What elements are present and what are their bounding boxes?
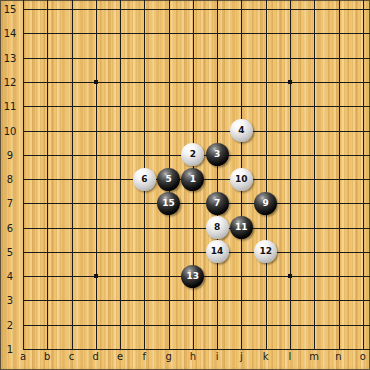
move-number: 6 <box>141 175 147 184</box>
stone-black-3: 3 <box>206 143 229 166</box>
move-number: 13 <box>187 272 200 281</box>
move-number: 3 <box>214 150 220 159</box>
star-point <box>94 80 98 84</box>
move-number: 12 <box>259 247 272 256</box>
move-number: 4 <box>238 126 244 135</box>
stone-white-14: 14 <box>206 240 229 263</box>
move-number: 7 <box>214 199 220 208</box>
star-point <box>288 274 292 278</box>
stone-black-1: 1 <box>181 168 204 191</box>
move-number: 8 <box>214 223 220 232</box>
stone-white-8: 8 <box>206 216 229 239</box>
move-number: 11 <box>235 223 248 232</box>
stone-white-4: 4 <box>230 119 253 142</box>
stone-black-5: 5 <box>157 168 180 191</box>
move-number: 5 <box>165 175 171 184</box>
move-number: 14 <box>211 247 224 256</box>
stone-black-11: 11 <box>230 216 253 239</box>
stone-black-13: 13 <box>181 265 204 288</box>
move-number: 15 <box>162 199 175 208</box>
move-number: 10 <box>235 175 248 184</box>
renju-board[interactable]: 123456789101112131415 151413121110987654… <box>0 0 370 370</box>
star-point <box>288 80 292 84</box>
stone-black-7: 7 <box>206 192 229 215</box>
board-grid[interactable]: 123456789101112131415 <box>11 0 370 361</box>
move-number: 9 <box>263 199 269 208</box>
stone-white-12: 12 <box>254 240 277 263</box>
move-number: 1 <box>190 175 196 184</box>
stone-black-9: 9 <box>254 192 277 215</box>
stone-black-15: 15 <box>157 192 180 215</box>
stone-white-6: 6 <box>133 168 156 191</box>
star-point <box>94 274 98 278</box>
move-number: 2 <box>190 150 196 159</box>
stone-white-10: 10 <box>230 168 253 191</box>
stone-white-2: 2 <box>181 143 204 166</box>
